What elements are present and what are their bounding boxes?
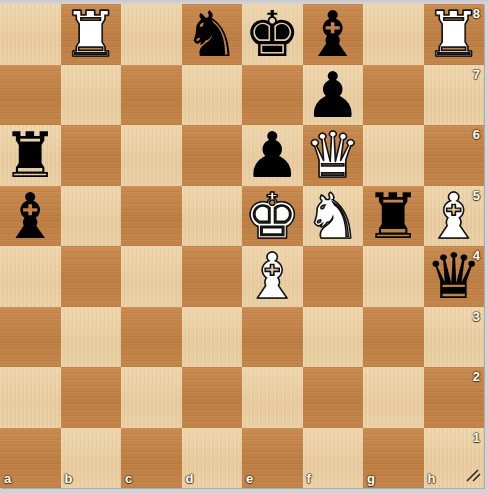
square-c7[interactable] xyxy=(121,65,182,126)
square-b5[interactable] xyxy=(61,186,122,247)
file-label-c: c xyxy=(125,472,132,485)
rank-label-4: 4 xyxy=(473,249,480,262)
piece-black-bishop[interactable]: ♝ xyxy=(305,5,361,66)
rank-label-8: 8 xyxy=(473,7,480,20)
square-h5[interactable]: ♝5 xyxy=(424,186,485,247)
square-h2[interactable]: 2 xyxy=(424,367,485,428)
piece-white-bishop[interactable]: ♝ xyxy=(244,247,300,308)
square-h6[interactable]: 6 xyxy=(424,125,485,186)
square-a7[interactable] xyxy=(0,65,61,126)
rank-label-6: 6 xyxy=(473,128,480,141)
square-g7[interactable] xyxy=(363,65,424,126)
square-a5[interactable]: ♝ xyxy=(0,186,61,247)
square-b8[interactable]: ♜ xyxy=(61,4,122,65)
square-g5[interactable]: ♜ xyxy=(363,186,424,247)
square-g4[interactable] xyxy=(363,246,424,307)
square-d5[interactable] xyxy=(182,186,243,247)
square-a2[interactable] xyxy=(0,367,61,428)
square-f2[interactable] xyxy=(303,367,364,428)
square-c3[interactable] xyxy=(121,307,182,368)
resize-handle-icon[interactable] xyxy=(464,467,481,486)
square-d8[interactable]: ♞ xyxy=(182,4,243,65)
square-h3[interactable]: 3 xyxy=(424,307,485,368)
piece-white-king[interactable]: ♚ xyxy=(244,187,300,248)
square-b3[interactable] xyxy=(61,307,122,368)
piece-black-pawn[interactable]: ♟ xyxy=(305,66,361,127)
square-e2[interactable] xyxy=(242,367,303,428)
piece-white-rook[interactable]: ♜ xyxy=(63,5,119,66)
rank-label-3: 3 xyxy=(473,310,480,323)
square-c5[interactable] xyxy=(121,186,182,247)
square-d6[interactable] xyxy=(182,125,243,186)
square-c8[interactable] xyxy=(121,4,182,65)
square-e8[interactable]: ♚ xyxy=(242,4,303,65)
square-a8[interactable] xyxy=(0,4,61,65)
chess-app-window: ♜♞♚♝♜8♟7♜♟♛6♝♚♞♜♝5♝♛432abcdefg1h xyxy=(0,0,488,493)
square-f5[interactable]: ♞ xyxy=(303,186,364,247)
rank-label-5: 5 xyxy=(473,189,480,202)
piece-white-queen[interactable]: ♛ xyxy=(305,126,361,187)
square-b7[interactable] xyxy=(61,65,122,126)
square-a4[interactable] xyxy=(0,246,61,307)
square-h4[interactable]: ♛4 xyxy=(424,246,485,307)
piece-black-rook[interactable]: ♜ xyxy=(2,126,58,187)
piece-black-pawn[interactable]: ♟ xyxy=(244,126,300,187)
square-d3[interactable] xyxy=(182,307,243,368)
square-b1[interactable]: b xyxy=(61,428,122,489)
square-e6[interactable]: ♟ xyxy=(242,125,303,186)
file-label-d: d xyxy=(186,472,194,485)
square-h8[interactable]: ♜8 xyxy=(424,4,485,65)
file-label-a: a xyxy=(4,472,11,485)
file-label-b: b xyxy=(65,472,73,485)
square-c6[interactable] xyxy=(121,125,182,186)
square-f3[interactable] xyxy=(303,307,364,368)
square-d2[interactable] xyxy=(182,367,243,428)
square-g2[interactable] xyxy=(363,367,424,428)
piece-black-king[interactable]: ♚ xyxy=(244,5,300,66)
square-d1[interactable]: d xyxy=(182,428,243,489)
file-label-g: g xyxy=(367,472,375,485)
square-b4[interactable] xyxy=(61,246,122,307)
square-g3[interactable] xyxy=(363,307,424,368)
square-a3[interactable] xyxy=(0,307,61,368)
square-c2[interactable] xyxy=(121,367,182,428)
square-g1[interactable]: g xyxy=(363,428,424,489)
chess-board: ♜♞♚♝♜8♟7♜♟♛6♝♚♞♜♝5♝♛432abcdefg1h xyxy=(0,4,484,488)
file-label-h: h xyxy=(428,472,436,485)
rank-label-2: 2 xyxy=(473,370,480,383)
square-f4[interactable] xyxy=(303,246,364,307)
square-h1[interactable]: 1h xyxy=(424,428,485,489)
piece-black-knight[interactable]: ♞ xyxy=(184,5,240,66)
square-g8[interactable] xyxy=(363,4,424,65)
piece-black-bishop[interactable]: ♝ xyxy=(2,187,58,248)
square-e4[interactable]: ♝ xyxy=(242,246,303,307)
square-a6[interactable]: ♜ xyxy=(0,125,61,186)
square-e5[interactable]: ♚ xyxy=(242,186,303,247)
file-label-e: e xyxy=(246,472,253,485)
square-c1[interactable]: c xyxy=(121,428,182,489)
square-d4[interactable] xyxy=(182,246,243,307)
square-h7[interactable]: 7 xyxy=(424,65,485,126)
square-e7[interactable] xyxy=(242,65,303,126)
square-f8[interactable]: ♝ xyxy=(303,4,364,65)
rank-label-7: 7 xyxy=(473,68,480,81)
square-e3[interactable] xyxy=(242,307,303,368)
piece-white-knight[interactable]: ♞ xyxy=(305,187,361,248)
square-f6[interactable]: ♛ xyxy=(303,125,364,186)
square-c4[interactable] xyxy=(121,246,182,307)
square-f1[interactable]: f xyxy=(303,428,364,489)
file-label-f: f xyxy=(307,472,311,485)
square-a1[interactable]: a xyxy=(0,428,61,489)
square-d7[interactable] xyxy=(182,65,243,126)
square-b2[interactable] xyxy=(61,367,122,428)
square-f7[interactable]: ♟ xyxy=(303,65,364,126)
rank-label-1: 1 xyxy=(473,431,480,444)
square-g6[interactable] xyxy=(363,125,424,186)
square-e1[interactable]: e xyxy=(242,428,303,489)
square-b6[interactable] xyxy=(61,125,122,186)
piece-black-rook[interactable]: ♜ xyxy=(365,187,421,248)
